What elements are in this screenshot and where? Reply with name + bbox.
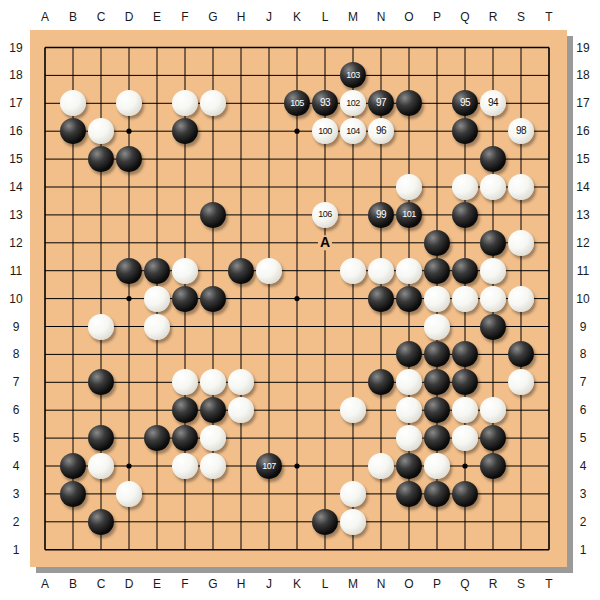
star-point-K10 [294, 296, 299, 301]
move-number-label: 105 [290, 99, 304, 108]
col-label-bottom-L: L [322, 578, 329, 590]
black-stone-P8[interactable] [424, 341, 450, 367]
col-label-top-T: T [545, 11, 552, 23]
row-label-left-2: 2 [13, 516, 20, 528]
black-stone-Q7[interactable] [452, 369, 478, 395]
black-stone-G13[interactable] [200, 202, 226, 228]
white-stone-P9[interactable] [424, 314, 450, 340]
row-label-right-19: 19 [576, 42, 589, 54]
white-stone-G17[interactable] [200, 90, 226, 116]
black-stone-Q16[interactable] [452, 118, 478, 144]
white-stone-P4[interactable] [424, 453, 450, 479]
col-label-top-J: J [266, 11, 272, 23]
black-stone-G10[interactable] [200, 286, 226, 312]
white-stone-M11[interactable] [340, 258, 366, 284]
move-number-label: 103 [346, 71, 360, 80]
black-stone-N17[interactable]: 97 [368, 90, 394, 116]
white-stone-S14[interactable] [508, 174, 534, 200]
col-label-bottom-P: P [433, 578, 441, 590]
black-stone-O13[interactable]: 101 [396, 202, 422, 228]
white-stone-C16[interactable] [88, 118, 114, 144]
row-label-left-3: 3 [13, 488, 20, 500]
black-stone-O10[interactable] [396, 286, 422, 312]
white-stone-Q14[interactable] [452, 174, 478, 200]
row-label-left-7: 7 [13, 376, 20, 388]
star-point-D10 [126, 296, 131, 301]
row-label-right-13: 13 [576, 209, 589, 221]
black-stone-O3[interactable] [396, 481, 422, 507]
black-stone-N10[interactable] [368, 286, 394, 312]
white-stone-C4[interactable] [88, 453, 114, 479]
white-stone-S16[interactable]: 98 [508, 118, 534, 144]
col-label-bottom-F: F [181, 578, 188, 590]
white-stone-N4[interactable] [368, 453, 394, 479]
white-stone-R10[interactable] [480, 286, 506, 312]
move-number-label: 104 [346, 127, 360, 136]
black-stone-N7[interactable] [368, 369, 394, 395]
black-stone-S8[interactable] [508, 341, 534, 367]
col-label-bottom-E: E [153, 578, 161, 590]
row-label-right-1: 1 [580, 544, 587, 556]
white-stone-F4[interactable] [172, 453, 198, 479]
col-label-top-C: C [97, 11, 106, 23]
black-stone-R5[interactable] [480, 425, 506, 451]
move-number-label: 94 [488, 98, 498, 108]
white-stone-Q10[interactable] [452, 286, 478, 312]
white-stone-R6[interactable] [480, 397, 506, 423]
col-label-bottom-K: K [293, 578, 301, 590]
col-label-bottom-A: A [41, 578, 49, 590]
white-stone-R11[interactable] [480, 258, 506, 284]
white-stone-G4[interactable] [200, 453, 226, 479]
row-label-right-9: 9 [580, 321, 587, 333]
move-number-label: 97 [376, 98, 386, 108]
black-stone-F10[interactable] [172, 286, 198, 312]
star-point-D16 [126, 129, 131, 134]
col-label-top-N: N [377, 11, 386, 23]
black-stone-D15[interactable] [116, 146, 142, 172]
black-stone-L17[interactable]: 93 [312, 90, 338, 116]
black-stone-G6[interactable] [200, 397, 226, 423]
row-label-left-17: 17 [9, 97, 22, 109]
black-stone-Q3[interactable] [452, 481, 478, 507]
go-board[interactable]: 10310593102979594100104969810699101107A [30, 30, 567, 567]
row-label-left-12: 12 [9, 237, 22, 249]
move-number-label: 98 [516, 126, 526, 136]
row-label-left-5: 5 [13, 432, 20, 444]
black-stone-F5[interactable] [172, 425, 198, 451]
move-number-label: 102 [346, 99, 360, 108]
white-stone-O6[interactable] [396, 397, 422, 423]
row-label-left-13: 13 [9, 209, 22, 221]
black-stone-C15[interactable] [88, 146, 114, 172]
black-stone-F6[interactable] [172, 397, 198, 423]
white-stone-S12[interactable] [508, 230, 534, 256]
col-label-top-D: D [125, 11, 134, 23]
white-stone-M2[interactable] [340, 509, 366, 535]
row-label-right-12: 12 [576, 237, 589, 249]
row-label-left-19: 19 [9, 42, 22, 54]
col-label-bottom-Q: Q [460, 578, 469, 590]
row-label-left-16: 16 [9, 125, 22, 137]
white-stone-N11[interactable] [368, 258, 394, 284]
white-stone-F17[interactable] [172, 90, 198, 116]
white-stone-M3[interactable] [340, 481, 366, 507]
white-stone-S10[interactable] [508, 286, 534, 312]
white-stone-D3[interactable] [116, 481, 142, 507]
white-stone-P10[interactable] [424, 286, 450, 312]
white-stone-N16[interactable]: 96 [368, 118, 394, 144]
go-diagram: 10310593102979594100104969810699101107A … [0, 0, 600, 600]
white-stone-M17[interactable]: 102 [340, 90, 366, 116]
letter-annotation-A[interactable]: A [318, 235, 332, 250]
row-label-right-7: 7 [580, 376, 587, 388]
row-label-left-15: 15 [9, 153, 22, 165]
black-stone-P5[interactable] [424, 425, 450, 451]
row-label-left-6: 6 [13, 404, 20, 416]
white-stone-D17[interactable] [116, 90, 142, 116]
white-stone-E9[interactable] [144, 314, 170, 340]
white-stone-R14[interactable] [480, 174, 506, 200]
col-label-bottom-R: R [489, 578, 498, 590]
black-stone-C5[interactable] [88, 425, 114, 451]
col-label-top-Q: Q [460, 11, 469, 23]
row-label-right-2: 2 [580, 516, 587, 528]
col-label-top-M: M [348, 11, 358, 23]
move-number-label: 106 [318, 210, 332, 219]
white-stone-O5[interactable] [396, 425, 422, 451]
white-stone-C9[interactable] [88, 314, 114, 340]
col-label-bottom-H: H [237, 578, 246, 590]
black-stone-L2[interactable] [312, 509, 338, 535]
move-number-label: 96 [376, 126, 386, 136]
row-label-right-15: 15 [576, 153, 589, 165]
col-label-bottom-S: S [517, 578, 525, 590]
col-label-bottom-C: C [97, 578, 106, 590]
col-label-bottom-D: D [125, 578, 134, 590]
black-stone-F16[interactable] [172, 118, 198, 144]
white-stone-G5[interactable] [200, 425, 226, 451]
white-stone-E10[interactable] [144, 286, 170, 312]
black-stone-R9[interactable] [480, 314, 506, 340]
black-stone-B4[interactable] [60, 453, 86, 479]
black-stone-R4[interactable] [480, 453, 506, 479]
col-label-bottom-B: B [69, 578, 77, 590]
black-stone-H11[interactable] [228, 258, 254, 284]
white-stone-H6[interactable] [228, 397, 254, 423]
white-stone-Q5[interactable] [452, 425, 478, 451]
row-label-left-4: 4 [13, 460, 20, 472]
black-stone-R15[interactable] [480, 146, 506, 172]
black-stone-O4[interactable] [396, 453, 422, 479]
row-label-right-5: 5 [580, 432, 587, 444]
white-stone-F7[interactable] [172, 369, 198, 395]
white-stone-Q6[interactable] [452, 397, 478, 423]
col-label-top-H: H [237, 11, 246, 23]
col-label-bottom-O: O [404, 578, 413, 590]
move-number-label: 99 [376, 210, 386, 220]
white-stone-G7[interactable] [200, 369, 226, 395]
row-label-right-11: 11 [577, 265, 589, 277]
col-label-top-S: S [517, 11, 525, 23]
black-stone-Q8[interactable] [452, 341, 478, 367]
col-label-bottom-J: J [266, 578, 272, 590]
row-label-right-3: 3 [580, 488, 587, 500]
black-stone-B16[interactable] [60, 118, 86, 144]
col-label-bottom-N: N [377, 578, 386, 590]
row-label-right-8: 8 [580, 348, 587, 360]
col-label-bottom-M: M [348, 578, 358, 590]
row-label-left-9: 9 [13, 321, 20, 333]
black-stone-O8[interactable] [396, 341, 422, 367]
black-stone-O17[interactable] [396, 90, 422, 116]
row-label-right-16: 16 [576, 125, 589, 137]
col-label-top-K: K [293, 11, 301, 23]
star-point-Q4 [462, 463, 467, 468]
white-stone-R17[interactable]: 94 [480, 90, 506, 116]
black-stone-E11[interactable] [144, 258, 170, 284]
black-stone-P3[interactable] [424, 481, 450, 507]
row-label-right-4: 4 [580, 460, 587, 472]
row-label-left-18: 18 [9, 69, 22, 81]
row-label-right-18: 18 [576, 69, 589, 81]
black-stone-M18[interactable]: 103 [340, 62, 366, 88]
white-stone-M16[interactable]: 104 [340, 118, 366, 144]
white-stone-O11[interactable] [396, 258, 422, 284]
row-label-right-6: 6 [580, 404, 587, 416]
row-label-left-1: 1 [13, 544, 20, 556]
black-stone-C7[interactable] [88, 369, 114, 395]
move-number-label: 95 [460, 98, 470, 108]
col-label-top-R: R [489, 11, 498, 23]
col-label-top-G: G [208, 11, 217, 23]
black-stone-N13[interactable]: 99 [368, 202, 394, 228]
move-number-label: 107 [262, 462, 276, 471]
row-label-right-17: 17 [576, 97, 589, 109]
row-label-left-11: 11 [10, 265, 22, 277]
col-label-top-F: F [181, 11, 188, 23]
star-point-K4 [294, 463, 299, 468]
black-stone-D11[interactable] [116, 258, 142, 284]
black-stone-C2[interactable] [88, 509, 114, 535]
star-point-K16 [294, 129, 299, 134]
col-label-bottom-T: T [545, 578, 552, 590]
move-number-label: 100 [318, 127, 332, 136]
black-stone-R12[interactable] [480, 230, 506, 256]
col-label-top-A: A [41, 11, 49, 23]
move-number-label: 101 [402, 210, 416, 219]
black-stone-Q17[interactable]: 95 [452, 90, 478, 116]
white-stone-F11[interactable] [172, 258, 198, 284]
col-label-top-O: O [404, 11, 413, 23]
row-label-right-10: 10 [576, 293, 589, 305]
white-stone-L13[interactable]: 106 [312, 202, 338, 228]
black-stone-B3[interactable] [60, 481, 86, 507]
row-label-left-8: 8 [13, 348, 20, 360]
black-stone-J4[interactable]: 107 [256, 453, 282, 479]
col-label-bottom-G: G [208, 578, 217, 590]
col-label-top-E: E [153, 11, 161, 23]
black-stone-E5[interactable] [144, 425, 170, 451]
white-stone-S7[interactable] [508, 369, 534, 395]
col-label-top-L: L [322, 11, 329, 23]
row-label-left-10: 10 [9, 293, 22, 305]
black-stone-P12[interactable] [424, 230, 450, 256]
black-stone-Q11[interactable] [452, 258, 478, 284]
white-stone-L16[interactable]: 100 [312, 118, 338, 144]
black-stone-K17[interactable]: 105 [284, 90, 310, 116]
move-number-label: 93 [320, 98, 330, 108]
black-stone-P6[interactable] [424, 397, 450, 423]
row-label-left-14: 14 [9, 181, 22, 193]
white-stone-J11[interactable] [256, 258, 282, 284]
white-stone-M6[interactable] [340, 397, 366, 423]
col-label-top-B: B [69, 11, 77, 23]
row-label-right-14: 14 [576, 181, 589, 193]
white-stone-B17[interactable] [60, 90, 86, 116]
black-stone-P11[interactable] [424, 258, 450, 284]
white-stone-O14[interactable] [396, 174, 422, 200]
white-stone-H7[interactable] [228, 369, 254, 395]
white-stone-O7[interactable] [396, 369, 422, 395]
col-label-top-P: P [433, 11, 441, 23]
black-stone-P7[interactable] [424, 369, 450, 395]
star-point-D4 [126, 463, 131, 468]
black-stone-Q13[interactable] [452, 202, 478, 228]
